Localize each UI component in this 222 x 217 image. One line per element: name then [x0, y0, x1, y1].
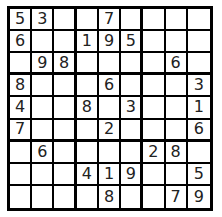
sudoku-cell-r5c9[interactable]: 1: [188, 97, 210, 119]
sudoku-cell-r7c9[interactable]: [188, 142, 210, 164]
sudoku-cell-r5c2[interactable]: [32, 97, 54, 119]
sudoku-cell-r5c1[interactable]: 4: [10, 97, 32, 119]
sudoku-cell-r6c8[interactable]: [166, 120, 188, 142]
sudoku-cell-r4c8[interactable]: [166, 75, 188, 97]
sudoku-cell-r5c6[interactable]: 3: [121, 97, 143, 119]
sudoku-page: 537619598686348317266284195879: [0, 0, 222, 217]
sudoku-cell-r7c8[interactable]: 8: [166, 142, 188, 164]
sudoku-cell-r4c3[interactable]: [54, 75, 76, 97]
sudoku-cell-r3c4[interactable]: [77, 53, 99, 75]
sudoku-cell-r7c5[interactable]: [99, 142, 121, 164]
sudoku-cell-r3c3[interactable]: 8: [54, 53, 76, 75]
sudoku-cell-r8c9[interactable]: 5: [188, 164, 210, 186]
sudoku-cell-r5c3[interactable]: [54, 97, 76, 119]
sudoku-cell-r9c5[interactable]: 8: [99, 186, 121, 208]
sudoku-cell-r8c1[interactable]: [10, 164, 32, 186]
sudoku-cell-r7c2[interactable]: 6: [32, 142, 54, 164]
sudoku-cell-r9c7[interactable]: [143, 186, 165, 208]
sudoku-cell-r6c6[interactable]: [121, 120, 143, 142]
sudoku-cell-r2c4[interactable]: 1: [77, 31, 99, 53]
sudoku-cell-r1c4[interactable]: [77, 9, 99, 31]
sudoku-cell-r8c7[interactable]: [143, 164, 165, 186]
sudoku-cell-r1c7[interactable]: [143, 9, 165, 31]
sudoku-cell-r5c4[interactable]: 8: [77, 97, 99, 119]
sudoku-cell-r9c8[interactable]: 7: [166, 186, 188, 208]
sudoku-cell-r3c9[interactable]: [188, 53, 210, 75]
sudoku-cell-r2c2[interactable]: [32, 31, 54, 53]
sudoku-cell-r2c5[interactable]: 9: [99, 31, 121, 53]
sudoku-cell-r8c3[interactable]: [54, 164, 76, 186]
sudoku-cell-r6c2[interactable]: [32, 120, 54, 142]
sudoku-cell-r9c2[interactable]: [32, 186, 54, 208]
sudoku-cell-r2c6[interactable]: 5: [121, 31, 143, 53]
sudoku-cell-r5c8[interactable]: [166, 97, 188, 119]
sudoku-cell-r5c5[interactable]: [99, 97, 121, 119]
sudoku-board: 537619598686348317266284195879: [7, 6, 213, 211]
sudoku-cell-r4c5[interactable]: 6: [99, 75, 121, 97]
sudoku-cell-r2c3[interactable]: [54, 31, 76, 53]
sudoku-cell-r8c2[interactable]: [32, 164, 54, 186]
sudoku-cell-r1c1[interactable]: 5: [10, 9, 32, 31]
sudoku-cell-r2c7[interactable]: [143, 31, 165, 53]
sudoku-cell-r7c4[interactable]: [77, 142, 99, 164]
sudoku-cell-r7c6[interactable]: [121, 142, 143, 164]
sudoku-cell-r3c6[interactable]: [121, 53, 143, 75]
sudoku-cell-r1c8[interactable]: [166, 9, 188, 31]
sudoku-cell-r3c5[interactable]: [99, 53, 121, 75]
sudoku-cell-r4c1[interactable]: 8: [10, 75, 32, 97]
sudoku-cell-r2c1[interactable]: 6: [10, 31, 32, 53]
sudoku-cell-r8c5[interactable]: 1: [99, 164, 121, 186]
sudoku-cell-r1c6[interactable]: [121, 9, 143, 31]
sudoku-cell-r4c9[interactable]: 3: [188, 75, 210, 97]
sudoku-cell-r1c5[interactable]: 7: [99, 9, 121, 31]
sudoku-cell-r7c1[interactable]: [10, 142, 32, 164]
sudoku-cell-r9c6[interactable]: [121, 186, 143, 208]
sudoku-cell-r3c1[interactable]: [10, 53, 32, 75]
sudoku-cell-r7c3[interactable]: [54, 142, 76, 164]
sudoku-cell-r4c2[interactable]: [32, 75, 54, 97]
sudoku-cell-r6c7[interactable]: [143, 120, 165, 142]
sudoku-cell-r2c8[interactable]: [166, 31, 188, 53]
sudoku-cell-r8c6[interactable]: 9: [121, 164, 143, 186]
sudoku-cell-r8c8[interactable]: [166, 164, 188, 186]
sudoku-cell-r6c5[interactable]: 2: [99, 120, 121, 142]
sudoku-cell-r6c9[interactable]: 6: [188, 120, 210, 142]
sudoku-cell-r4c7[interactable]: [143, 75, 165, 97]
sudoku-cell-r8c4[interactable]: 4: [77, 164, 99, 186]
sudoku-cell-r9c4[interactable]: [77, 186, 99, 208]
sudoku-cell-r7c7[interactable]: 2: [143, 142, 165, 164]
sudoku-cell-r1c2[interactable]: 3: [32, 9, 54, 31]
sudoku-cell-r6c4[interactable]: [77, 120, 99, 142]
sudoku-cell-r3c8[interactable]: 6: [166, 53, 188, 75]
sudoku-cell-r2c9[interactable]: [188, 31, 210, 53]
sudoku-cell-r3c2[interactable]: 9: [32, 53, 54, 75]
sudoku-cell-r5c7[interactable]: [143, 97, 165, 119]
sudoku-cell-r1c3[interactable]: [54, 9, 76, 31]
sudoku-cell-r6c1[interactable]: 7: [10, 120, 32, 142]
sudoku-cell-r6c3[interactable]: [54, 120, 76, 142]
sudoku-cell-r4c6[interactable]: [121, 75, 143, 97]
sudoku-cell-r9c1[interactable]: [10, 186, 32, 208]
sudoku-cell-r3c7[interactable]: [143, 53, 165, 75]
sudoku-cell-r9c3[interactable]: [54, 186, 76, 208]
sudoku-cell-r4c4[interactable]: [77, 75, 99, 97]
sudoku-cell-r9c9[interactable]: 9: [188, 186, 210, 208]
sudoku-cell-r1c9[interactable]: [188, 9, 210, 31]
